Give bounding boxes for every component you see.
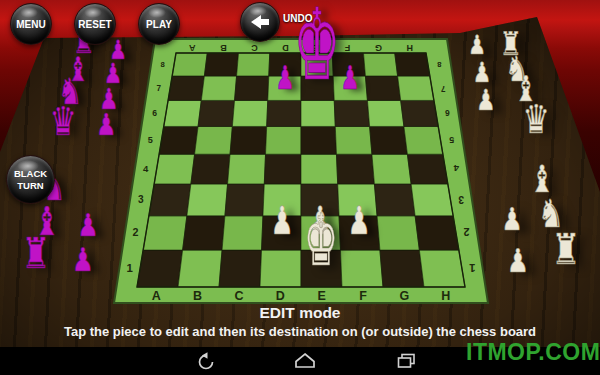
board-coordinate: 6 bbox=[445, 108, 450, 118]
board-coordinate: C bbox=[234, 289, 243, 303]
board-coordinate: 4 bbox=[453, 163, 459, 174]
board-coordinate: C bbox=[251, 43, 258, 53]
play-button[interactable]: PLAY bbox=[138, 3, 180, 45]
board-coordinate: 3 bbox=[138, 194, 144, 205]
turn-indicator[interactable]: BLACK TURN bbox=[6, 155, 55, 204]
back-icon[interactable] bbox=[194, 352, 216, 370]
board-coordinate: 7 bbox=[156, 84, 161, 93]
board-coordinate: G bbox=[400, 289, 410, 303]
board-coordinate: B bbox=[193, 289, 202, 303]
board-coordinate: F bbox=[344, 43, 350, 53]
edit-mode-instruction: Tap the piece to edit and then its desti… bbox=[0, 324, 600, 339]
menu-button-label: MENU bbox=[16, 19, 45, 30]
black-pawn[interactable]: ♟ bbox=[275, 61, 295, 94]
board-coordinate: H bbox=[406, 43, 413, 53]
white-king[interactable]: ♚ bbox=[304, 205, 338, 277]
black-pawn[interactable]: ♟ bbox=[72, 243, 94, 276]
board-coordinate: G bbox=[375, 43, 382, 53]
board-coordinate: A bbox=[189, 43, 196, 53]
board-coordinate: 5 bbox=[449, 135, 454, 145]
black-pawn[interactable]: ♟ bbox=[96, 110, 117, 140]
white-pawn[interactable]: ♟ bbox=[501, 204, 522, 235]
board-coordinate: 6 bbox=[152, 108, 157, 118]
status-text: EDIT mode Tap the piece to edit and then… bbox=[0, 304, 600, 339]
undo-label: UNDO bbox=[283, 13, 312, 24]
board-coordinate: 1 bbox=[127, 262, 133, 274]
white-pawn[interactable]: ♟ bbox=[468, 32, 486, 59]
white-pawn[interactable]: ♟ bbox=[476, 86, 496, 115]
white-pawn[interactable]: ♟ bbox=[270, 202, 293, 241]
undo-arrow-icon bbox=[249, 13, 271, 31]
board-coordinate: 8 bbox=[160, 60, 165, 69]
white-pawn[interactable]: ♟ bbox=[347, 202, 370, 241]
board-coordinate: 3 bbox=[458, 194, 464, 205]
black-rook[interactable]: ♜ bbox=[22, 233, 51, 275]
watermark: ITMOP.COM bbox=[466, 339, 600, 366]
board-coordinate: D bbox=[282, 43, 289, 53]
board-coordinate: H bbox=[441, 289, 450, 303]
board-coordinate: 2 bbox=[464, 226, 470, 238]
board-coordinate: 7 bbox=[441, 83, 446, 92]
home-icon[interactable] bbox=[294, 352, 316, 370]
undo-button[interactable] bbox=[240, 2, 280, 42]
board-coordinate: A bbox=[152, 289, 161, 303]
play-button-label: PLAY bbox=[146, 19, 172, 30]
white-queen[interactable]: ♛ bbox=[522, 100, 549, 140]
menu-button[interactable]: MENU bbox=[10, 3, 52, 45]
board-coordinate: F bbox=[359, 289, 367, 303]
board-coordinate: 2 bbox=[132, 226, 138, 238]
recents-icon[interactable] bbox=[395, 352, 417, 370]
board-coordinate: D bbox=[276, 289, 285, 303]
turn-indicator-line1: BLACK bbox=[14, 168, 47, 179]
board-coordinate: E bbox=[318, 289, 326, 303]
app-screen: AABBCCDDEEFFGGHH1122334455667788 ♜♟♜♟♝♟♞… bbox=[0, 0, 600, 375]
reset-button-label: RESET bbox=[78, 19, 111, 30]
white-rook[interactable]: ♜ bbox=[552, 229, 581, 271]
board-coordinate: 8 bbox=[437, 60, 442, 69]
edit-mode-title: EDIT mode bbox=[0, 304, 600, 322]
turn-indicator-line2: TURN bbox=[14, 180, 47, 191]
black-pawn[interactable]: ♟ bbox=[340, 61, 360, 94]
black-queen[interactable]: ♛ bbox=[49, 102, 76, 142]
white-pawn[interactable]: ♟ bbox=[507, 244, 529, 277]
board-coordinate: B bbox=[220, 43, 227, 53]
reset-button[interactable]: RESET bbox=[74, 3, 116, 45]
board-coordinate: 1 bbox=[469, 262, 475, 274]
board-coordinate: 5 bbox=[148, 135, 153, 145]
board-coordinate: 4 bbox=[143, 163, 149, 174]
black-pawn[interactable]: ♟ bbox=[77, 210, 98, 241]
